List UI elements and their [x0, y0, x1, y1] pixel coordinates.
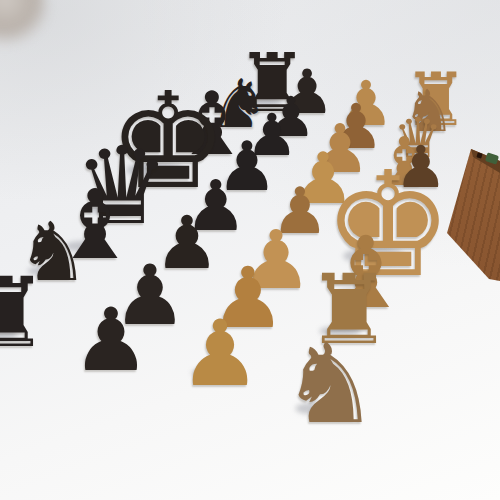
piece-white-pawn: ♟	[179, 308, 261, 399]
piece-white-knight: ♞	[281, 329, 380, 439]
piece-black-rook: ♜	[0, 265, 49, 361]
piece-black-pawn: ♟	[72, 297, 150, 384]
photo-canvas: ♜♞♟♟♟♝♚♟♟♛♟♝♞♟♟♜♜♞♛♝♟♟♟♟♟♟♚♝♜♞♟♟♟	[0, 0, 500, 500]
